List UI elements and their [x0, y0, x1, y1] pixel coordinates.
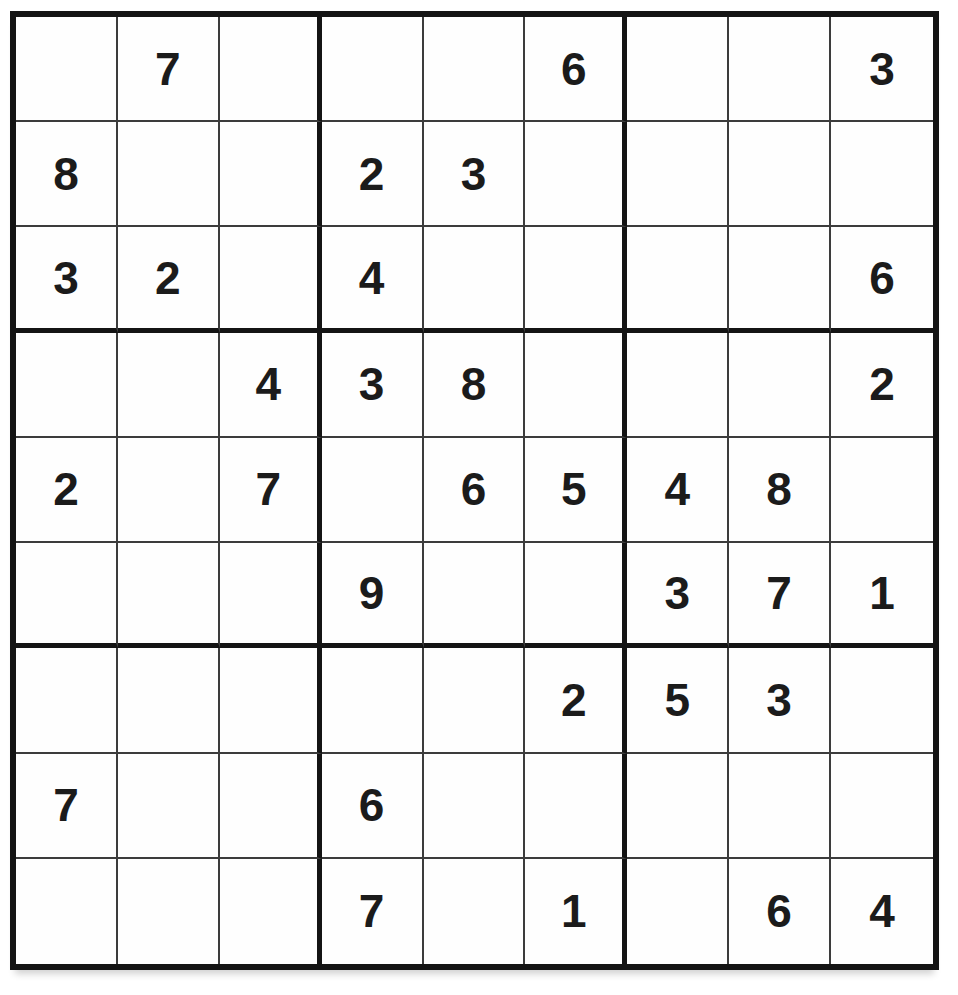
cell-r4c6[interactable] — [525, 333, 627, 438]
cell-r9c8: 6 — [729, 859, 831, 964]
cell-r5c7: 4 — [627, 438, 729, 543]
cell-r3c8[interactable] — [729, 227, 831, 332]
cell-r9c7[interactable] — [627, 859, 729, 964]
cell-r5c2[interactable] — [118, 438, 220, 543]
cell-r3c1: 3 — [16, 227, 118, 332]
sudoku-page: 763823324643822765489371253767164 — [0, 0, 958, 995]
cell-r2c9[interactable] — [831, 122, 933, 227]
cell-r3c7[interactable] — [627, 227, 729, 332]
cell-r4c7[interactable] — [627, 333, 729, 438]
cell-r4c9: 2 — [831, 333, 933, 438]
cell-r4c1[interactable] — [16, 333, 118, 438]
cell-r3c3[interactable] — [220, 227, 322, 332]
cell-r7c7: 5 — [627, 648, 729, 753]
cell-r9c1[interactable] — [16, 859, 118, 964]
cell-r9c9: 4 — [831, 859, 933, 964]
cell-r9c5[interactable] — [424, 859, 526, 964]
cell-r6c9: 1 — [831, 543, 933, 648]
cell-r1c3[interactable] — [220, 17, 322, 122]
cell-r4c3: 4 — [220, 333, 322, 438]
cell-r1c4[interactable] — [322, 17, 424, 122]
cell-r6c5[interactable] — [424, 543, 526, 648]
cell-r2c5: 3 — [424, 122, 526, 227]
cell-r8c8[interactable] — [729, 754, 831, 859]
cell-r8c2[interactable] — [118, 754, 220, 859]
cell-r6c6[interactable] — [525, 543, 627, 648]
cell-r2c2[interactable] — [118, 122, 220, 227]
cell-r4c5: 8 — [424, 333, 526, 438]
cell-r6c1[interactable] — [16, 543, 118, 648]
cell-r9c2[interactable] — [118, 859, 220, 964]
cell-r1c9: 3 — [831, 17, 933, 122]
cell-r3c5[interactable] — [424, 227, 526, 332]
cell-r1c8[interactable] — [729, 17, 831, 122]
cell-r8c3[interactable] — [220, 754, 322, 859]
cell-r8c9[interactable] — [831, 754, 933, 859]
cell-r7c9[interactable] — [831, 648, 933, 753]
cell-r5c6: 5 — [525, 438, 627, 543]
cell-r9c4: 7 — [322, 859, 424, 964]
cell-r8c4: 6 — [322, 754, 424, 859]
cell-r7c4[interactable] — [322, 648, 424, 753]
cell-r1c2: 7 — [118, 17, 220, 122]
cell-r5c8: 8 — [729, 438, 831, 543]
cell-r9c6: 1 — [525, 859, 627, 964]
cell-r8c5[interactable] — [424, 754, 526, 859]
cell-r7c1[interactable] — [16, 648, 118, 753]
cell-r8c1: 7 — [16, 754, 118, 859]
cell-r6c2[interactable] — [118, 543, 220, 648]
cell-r5c5: 6 — [424, 438, 526, 543]
cell-r7c2[interactable] — [118, 648, 220, 753]
cell-r2c6[interactable] — [525, 122, 627, 227]
cell-r2c4: 2 — [322, 122, 424, 227]
cell-r7c3[interactable] — [220, 648, 322, 753]
cell-r5c1: 2 — [16, 438, 118, 543]
cell-r2c8[interactable] — [729, 122, 831, 227]
cell-r5c4[interactable] — [322, 438, 424, 543]
cell-r2c1: 8 — [16, 122, 118, 227]
cell-r5c3: 7 — [220, 438, 322, 543]
cell-r1c1[interactable] — [16, 17, 118, 122]
cell-r3c2: 2 — [118, 227, 220, 332]
cell-r2c7[interactable] — [627, 122, 729, 227]
cell-r6c3[interactable] — [220, 543, 322, 648]
cell-r6c8: 7 — [729, 543, 831, 648]
cell-r7c5[interactable] — [424, 648, 526, 753]
cell-r1c6: 6 — [525, 17, 627, 122]
cell-r2c3[interactable] — [220, 122, 322, 227]
cell-r7c6: 2 — [525, 648, 627, 753]
sudoku-grid: 763823324643822765489371253767164 — [10, 11, 939, 970]
cell-r1c7[interactable] — [627, 17, 729, 122]
cell-r4c4: 3 — [322, 333, 424, 438]
cell-r7c8: 3 — [729, 648, 831, 753]
cell-r5c9[interactable] — [831, 438, 933, 543]
cell-r6c4: 9 — [322, 543, 424, 648]
cell-r4c2[interactable] — [118, 333, 220, 438]
cell-r1c5[interactable] — [424, 17, 526, 122]
cell-r3c6[interactable] — [525, 227, 627, 332]
cell-r3c4: 4 — [322, 227, 424, 332]
cell-r4c8[interactable] — [729, 333, 831, 438]
cell-r8c7[interactable] — [627, 754, 729, 859]
cell-r8c6[interactable] — [525, 754, 627, 859]
cell-r6c7: 3 — [627, 543, 729, 648]
cell-r3c9: 6 — [831, 227, 933, 332]
cell-r9c3[interactable] — [220, 859, 322, 964]
